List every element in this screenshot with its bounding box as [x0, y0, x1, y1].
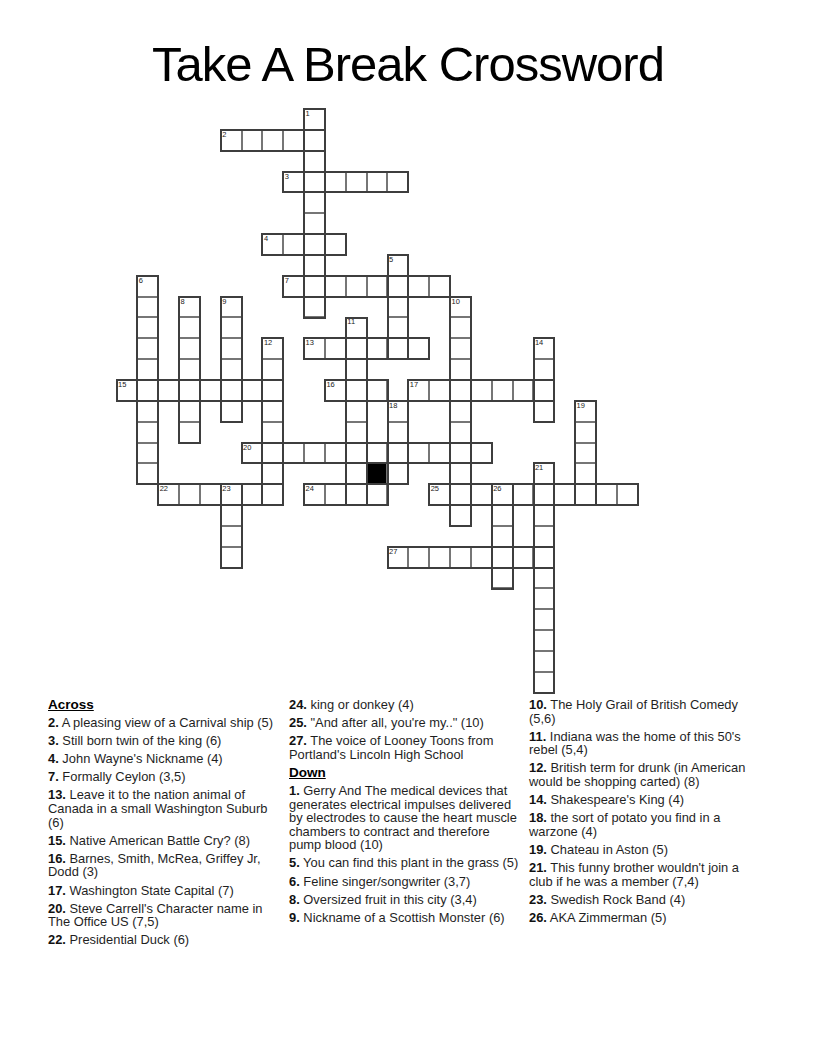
grid-cell[interactable] — [346, 380, 367, 401]
clue-number: 20 — [243, 444, 251, 452]
grid-cell[interactable] — [179, 401, 200, 422]
clue-number-label: 15. — [48, 833, 66, 848]
clue-number-label: 20. — [48, 901, 66, 916]
clue-down-5: 5. You can find this plant in the grass … — [289, 856, 522, 870]
grid-cell[interactable]: 14 — [533, 338, 554, 359]
grid-cell[interactable]: 9 — [221, 297, 242, 318]
grid-cell[interactable] — [137, 443, 158, 464]
clue-across-15: 15. Native American Battle Cry? (8) — [48, 834, 281, 848]
grid-cell[interactable]: 12 — [262, 338, 283, 359]
puzzle-title: Take A Break Crossword — [0, 36, 816, 92]
clue-number-label: 17. — [48, 883, 66, 898]
grid-cell[interactable] — [533, 547, 554, 568]
grid-cell[interactable] — [262, 484, 283, 505]
clue-number: 1 — [306, 110, 310, 118]
grid-cell[interactable] — [304, 172, 325, 193]
grid-cell[interactable] — [387, 172, 408, 193]
clue-number-label: 16. — [48, 851, 66, 866]
grid-cell[interactable]: 26 — [492, 484, 513, 505]
grid-cell[interactable] — [408, 443, 429, 464]
clue-number: 11 — [347, 318, 355, 326]
across-heading: Across — [48, 698, 281, 712]
grid-cell[interactable] — [367, 443, 388, 464]
grid-cell[interactable] — [221, 380, 242, 401]
grid-cell[interactable] — [304, 151, 325, 172]
grid-cell[interactable] — [304, 255, 325, 276]
grid-cell[interactable] — [283, 130, 304, 151]
grid-cell[interactable]: 7 — [283, 276, 304, 297]
clue-across-13: 13. Leave it to the nation animal of Can… — [48, 788, 281, 829]
grid-cell[interactable] — [179, 359, 200, 380]
grid-cell[interactable] — [513, 484, 534, 505]
grid-cell[interactable] — [429, 380, 450, 401]
grid-cell[interactable]: 10 — [450, 297, 471, 318]
grid-cell[interactable] — [367, 172, 388, 193]
grid-cell[interactable] — [533, 526, 554, 547]
grid-cell[interactable]: 22 — [158, 484, 179, 505]
clue-number: 24 — [306, 485, 314, 493]
grid-cell[interactable] — [492, 505, 513, 526]
grid-cell[interactable] — [262, 463, 283, 484]
grid-cell[interactable] — [179, 484, 200, 505]
clue-number: 9 — [222, 298, 226, 306]
black-cell — [367, 463, 388, 484]
clue-number-label: 18. — [529, 810, 547, 825]
grid-cell[interactable] — [450, 338, 471, 359]
grid-cell[interactable] — [200, 484, 221, 505]
grid-cell[interactable] — [158, 380, 179, 401]
clue-down-14: 14. Shakespeare's King (4) — [529, 793, 762, 807]
grid-cell[interactable] — [221, 338, 242, 359]
grid-cell[interactable] — [533, 359, 554, 380]
grid-cell[interactable] — [283, 234, 304, 255]
grid-cell[interactable]: 27 — [387, 547, 408, 568]
grid-cell[interactable] — [221, 526, 242, 547]
clue-down-26: 26. AKA Zimmerman (5) — [529, 911, 762, 925]
grid-cell[interactable] — [179, 422, 200, 443]
grid-cell[interactable] — [471, 380, 492, 401]
grid-cell[interactable] — [346, 401, 367, 422]
grid-cell[interactable]: 3 — [283, 172, 304, 193]
grid-cell[interactable]: 4 — [262, 234, 283, 255]
grid-cell[interactable] — [575, 484, 596, 505]
crossword-grid: 1234567891011121314151617181920212223242… — [117, 109, 638, 693]
clue-number: 26 — [493, 485, 501, 493]
grid-cell[interactable] — [533, 651, 554, 672]
grid-cell[interactable] — [179, 380, 200, 401]
grid-cell[interactable] — [346, 172, 367, 193]
grid-cell[interactable]: 5 — [387, 255, 408, 276]
grid-cell[interactable]: 16 — [325, 380, 346, 401]
grid-cell[interactable] — [471, 547, 492, 568]
grid-cell[interactable] — [304, 443, 325, 464]
clue-across-25: 25. "And after all, you're my.." (10) — [289, 716, 522, 730]
grid-cell[interactable] — [408, 547, 429, 568]
clues-column-1: Across2. A pleasing view of a Carnival s… — [48, 698, 281, 951]
clue-across-4: 4. John Wayne's Nickname (4) — [48, 752, 281, 766]
grid-cell[interactable] — [262, 130, 283, 151]
clue-across-7: 7. Formally Ceylon (3,5) — [48, 770, 281, 784]
grid-cell[interactable] — [325, 338, 346, 359]
clue-down-12: 12. British term for drunk (in American … — [529, 761, 762, 788]
grid-cell[interactable]: 6 — [137, 276, 158, 297]
clue-number-label: 27. — [289, 733, 307, 748]
clue-down-11: 11. Indiana was the home of this 50's re… — [529, 730, 762, 757]
grid-cell[interactable] — [429, 443, 450, 464]
grid-cell[interactable] — [137, 297, 158, 318]
clue-number: 13 — [306, 339, 314, 347]
grid-cell[interactable] — [387, 276, 408, 297]
clue-number-label: 4. — [48, 751, 59, 766]
grid-cell[interactable] — [533, 672, 554, 693]
grid-cell[interactable] — [533, 609, 554, 630]
grid-cell[interactable] — [242, 380, 263, 401]
grid-cell[interactable] — [262, 422, 283, 443]
grid-cell[interactable]: 11 — [346, 317, 367, 338]
clue-number: 14 — [535, 339, 543, 347]
grid-cell[interactable] — [533, 588, 554, 609]
clue-down-23: 23. Swedish Rock Band (4) — [529, 893, 762, 907]
grid-cell[interactable] — [325, 443, 346, 464]
grid-cell[interactable] — [304, 276, 325, 297]
grid-cell[interactable] — [387, 297, 408, 318]
grid-cell[interactable] — [617, 484, 638, 505]
clue-number-label: 26. — [529, 910, 547, 925]
clue-across-2: 2. A pleasing view of a Carnival ship (5… — [48, 716, 281, 730]
grid-cell[interactable] — [492, 568, 513, 589]
clue-across-16: 16. Barnes, Smith, McRea, Griffey Jr, Do… — [48, 852, 281, 879]
grid-cell[interactable] — [471, 484, 492, 505]
clue-number: 3 — [285, 173, 289, 181]
grid-cell[interactable] — [513, 380, 534, 401]
grid-cell[interactable] — [221, 317, 242, 338]
grid-cell[interactable] — [262, 359, 283, 380]
grid-cell[interactable] — [575, 422, 596, 443]
clue-number-label: 2. — [48, 715, 59, 730]
grid-cell[interactable] — [387, 338, 408, 359]
clue-down-10: 10. The Holy Grail of British Comedy (5,… — [529, 698, 762, 725]
grid-cell[interactable] — [387, 317, 408, 338]
grid-cell[interactable] — [304, 192, 325, 213]
grid-cell[interactable] — [450, 505, 471, 526]
grid-cell[interactable] — [492, 547, 513, 568]
clue-down-21: 21. This funny brother wouldn't join a c… — [529, 861, 762, 888]
down-heading: Down — [289, 766, 522, 780]
grid-cell[interactable] — [179, 338, 200, 359]
grid-cell[interactable] — [304, 297, 325, 318]
grid-cell[interactable] — [533, 484, 554, 505]
clue-number: 25 — [431, 485, 439, 493]
grid-cell[interactable] — [387, 422, 408, 443]
grid-cell[interactable] — [221, 505, 242, 526]
grid-cell[interactable] — [367, 276, 388, 297]
grid-cell[interactable] — [492, 526, 513, 547]
grid-cell[interactable] — [575, 463, 596, 484]
clue-number: 15 — [118, 381, 126, 389]
grid-cell[interactable] — [450, 463, 471, 484]
grid-cell[interactable] — [304, 130, 325, 151]
grid-cell[interactable] — [513, 547, 534, 568]
clue-number: 6 — [139, 277, 143, 285]
grid-cell[interactable] — [450, 380, 471, 401]
grid-cell[interactable]: 19 — [575, 401, 596, 422]
grid-cell[interactable] — [346, 484, 367, 505]
clue-number-label: 6. — [289, 874, 300, 889]
clue-number: 7 — [285, 277, 289, 285]
clue-number-label: 3. — [48, 733, 59, 748]
clue-across-17: 17. Washington State Capital (7) — [48, 884, 281, 898]
clue-number: 4 — [264, 235, 268, 243]
grid-cell[interactable]: 2 — [221, 130, 242, 151]
grid-cell[interactable]: 15 — [117, 380, 138, 401]
clue-number: 17 — [410, 381, 418, 389]
grid-cell[interactable] — [262, 443, 283, 464]
clue-across-20: 20. Steve Carrell's Character name in Th… — [48, 902, 281, 929]
clue-number-label: 19. — [529, 842, 547, 857]
clue-number-label: 21. — [529, 860, 547, 875]
grid-cell[interactable]: 25 — [429, 484, 450, 505]
grid-cell[interactable]: 20 — [242, 443, 263, 464]
grid-cell[interactable] — [242, 130, 263, 151]
clue-number: 27 — [389, 548, 397, 556]
grid-cell[interactable] — [533, 568, 554, 589]
clue-number: 16 — [326, 381, 334, 389]
grid-cell[interactable] — [492, 380, 513, 401]
grid-cell[interactable] — [325, 234, 346, 255]
grid-cell[interactable] — [221, 547, 242, 568]
clue-across-3: 3. Still born twin of the king (6) — [48, 734, 281, 748]
clue-number-label: 12. — [529, 760, 547, 775]
clue-down-9: 9. Nickname of a Scottish Monster (6) — [289, 911, 522, 925]
grid-cell[interactable] — [429, 276, 450, 297]
grid-cell[interactable] — [137, 359, 158, 380]
clue-number-label: 25. — [289, 715, 307, 730]
grid-cell[interactable] — [367, 484, 388, 505]
grid-cell[interactable] — [408, 276, 429, 297]
grid-cell[interactable] — [221, 401, 242, 422]
grid-cell[interactable] — [137, 338, 158, 359]
clue-number-label: 8. — [289, 892, 300, 907]
clue-number-label: 22. — [48, 932, 66, 947]
clue-number-label: 24. — [289, 697, 307, 712]
grid-cell[interactable] — [200, 380, 221, 401]
grid-cell[interactable] — [346, 422, 367, 443]
grid-cell[interactable] — [221, 359, 242, 380]
clue-number-label: 5. — [289, 855, 300, 870]
clue-down-19: 19. Chateau in Aston (5) — [529, 843, 762, 857]
clue-number-label: 13. — [48, 787, 66, 802]
clue-number: 10 — [452, 298, 460, 306]
clues-column-3: 10. The Holy Grail of British Comedy (5,… — [529, 698, 762, 929]
grid-cell[interactable]: 23 — [221, 484, 242, 505]
clue-number-label: 1. — [289, 783, 300, 798]
grid-cell[interactable] — [283, 443, 304, 464]
clue-number: 23 — [222, 485, 230, 493]
clue-down-1: 1. Gerry And The medical devices that ge… — [289, 784, 522, 852]
grid-cell[interactable] — [304, 213, 325, 234]
clue-number: 19 — [577, 402, 585, 410]
grid-cell[interactable]: 8 — [179, 297, 200, 318]
grid-cell[interactable] — [533, 505, 554, 526]
grid-cell[interactable]: 18 — [387, 401, 408, 422]
grid-cell[interactable] — [137, 317, 158, 338]
grid-cell[interactable]: 21 — [533, 463, 554, 484]
grid-cell[interactable] — [450, 484, 471, 505]
clue-number-label: 7. — [48, 769, 59, 784]
clue-down-6: 6. Feline singer/songwriter (3,7) — [289, 875, 522, 889]
grid-cell[interactable] — [325, 484, 346, 505]
clue-number: 5 — [389, 256, 393, 264]
clue-across-24: 24. king or donkey (4) — [289, 698, 522, 712]
grid-cell[interactable] — [387, 443, 408, 464]
grid-cell[interactable] — [137, 380, 158, 401]
grid-cell[interactable] — [325, 276, 346, 297]
grid-cell[interactable] — [262, 401, 283, 422]
grid-cell[interactable] — [596, 484, 617, 505]
grid-cell[interactable]: 1 — [304, 109, 325, 130]
clue-number: 21 — [535, 464, 543, 472]
grid-cell[interactable] — [262, 380, 283, 401]
grid-cell[interactable] — [367, 380, 388, 401]
grid-cell[interactable] — [450, 422, 471, 443]
grid-cell[interactable] — [325, 172, 346, 193]
clue-number-label: 11. — [529, 729, 546, 744]
grid-cell[interactable] — [346, 463, 367, 484]
grid-cell[interactable] — [387, 463, 408, 484]
grid-cell[interactable] — [450, 317, 471, 338]
grid-cell[interactable] — [450, 401, 471, 422]
clue-number: 2 — [222, 131, 226, 139]
clue-down-8: 8. Oversized fruit in this city (3,4) — [289, 893, 522, 907]
grid-cell[interactable] — [533, 401, 554, 422]
clue-down-18: 18. the sort of potato you find in a war… — [529, 811, 762, 838]
grid-cell[interactable] — [304, 234, 325, 255]
clue-number-label: 14. — [529, 792, 547, 807]
grid-cell[interactable] — [137, 463, 158, 484]
grid-cell[interactable] — [408, 338, 429, 359]
clues-column-2: 24. king or donkey (4)25. "And after all… — [289, 698, 522, 929]
grid-cell[interactable] — [575, 443, 596, 464]
grid-cell[interactable] — [367, 338, 388, 359]
grid-cell[interactable] — [450, 359, 471, 380]
grid-cell[interactable] — [533, 630, 554, 651]
grid-cell[interactable] — [137, 401, 158, 422]
clue-number-label: 23. — [529, 892, 547, 907]
clue-number-label: 9. — [289, 910, 300, 925]
grid-cell[interactable] — [346, 276, 367, 297]
grid-cell[interactable] — [450, 443, 471, 464]
grid-cell[interactable] — [179, 317, 200, 338]
grid-cell[interactable]: 24 — [304, 484, 325, 505]
grid-cell[interactable] — [450, 547, 471, 568]
grid-cell[interactable] — [471, 443, 492, 464]
grid-cell[interactable] — [554, 484, 575, 505]
grid-cell[interactable] — [429, 547, 450, 568]
grid-cell[interactable]: 13 — [304, 338, 325, 359]
grid-cell[interactable] — [137, 422, 158, 443]
grid-cell[interactable] — [533, 380, 554, 401]
clue-number: 12 — [264, 339, 272, 347]
grid-cell[interactable] — [346, 338, 367, 359]
clue-number: 22 — [160, 485, 168, 493]
clue-across-27: 27. The voice of Looney Toons from Portl… — [289, 734, 522, 761]
grid-cell[interactable] — [242, 484, 263, 505]
clue-number: 18 — [389, 402, 397, 410]
grid-cell[interactable] — [346, 359, 367, 380]
clue-number-label: 10. — [529, 697, 547, 712]
grid-cell[interactable]: 17 — [408, 380, 429, 401]
clue-number: 8 — [181, 298, 185, 306]
clue-across-22: 22. Presidential Duck (6) — [48, 933, 281, 947]
grid-cell[interactable] — [346, 443, 367, 464]
